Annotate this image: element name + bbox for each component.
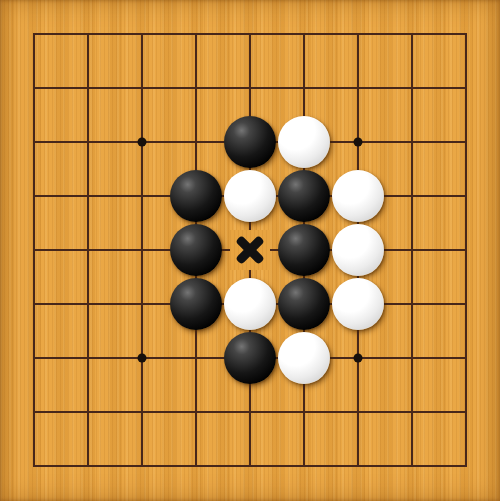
star-point [137, 137, 146, 146]
white-stone [332, 278, 384, 330]
black-stone [170, 278, 222, 330]
grid-line-vertical [411, 33, 413, 467]
x-marker[interactable] [230, 230, 270, 270]
grid-line-vertical [465, 33, 467, 467]
black-stone [224, 116, 276, 168]
white-stone [224, 278, 276, 330]
black-stone [278, 278, 330, 330]
white-stone [278, 116, 330, 168]
go-board [0, 0, 500, 501]
go-board-surface[interactable] [0, 0, 500, 501]
star-point [353, 353, 362, 362]
black-stone [278, 170, 330, 222]
grid-line-horizontal [33, 411, 467, 413]
star-point [137, 353, 146, 362]
black-stone [278, 224, 330, 276]
grid-line-horizontal [33, 465, 467, 467]
black-stone [224, 332, 276, 384]
white-stone [332, 170, 384, 222]
black-stone [170, 224, 222, 276]
star-point [353, 137, 362, 146]
white-stone [278, 332, 330, 384]
black-stone [170, 170, 222, 222]
white-stone [332, 224, 384, 276]
white-stone [224, 170, 276, 222]
